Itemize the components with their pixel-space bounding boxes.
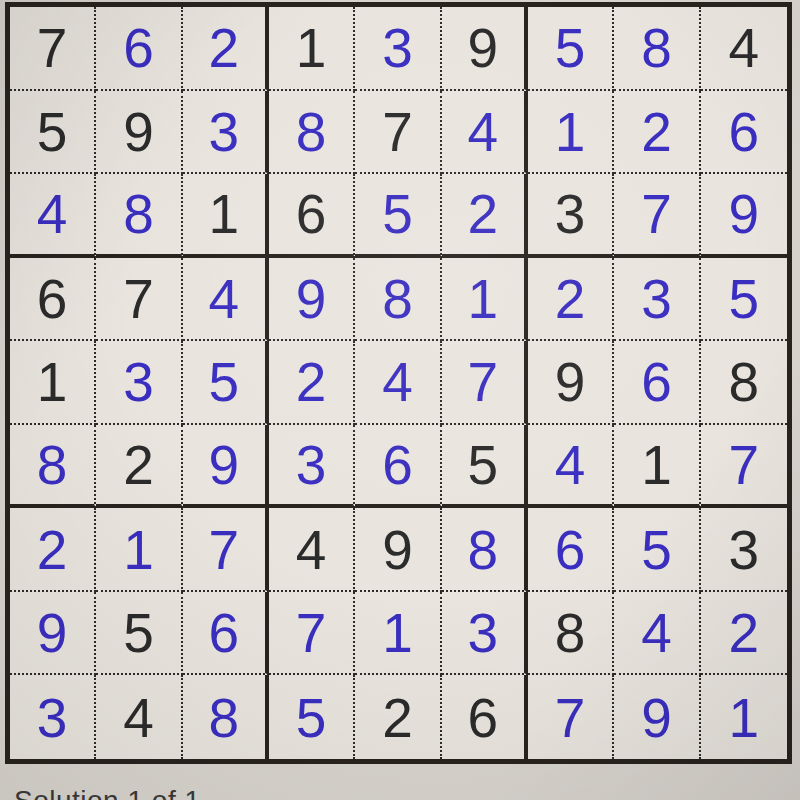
cell-r3c1[interactable]: 4 [10, 174, 96, 258]
cell-r8c3[interactable]: 6 [183, 592, 269, 676]
cell-r2c9[interactable]: 6 [701, 91, 787, 175]
cell-r3c5[interactable]: 5 [355, 174, 441, 258]
solution-count-caption: Solution 1 of 1 [14, 785, 201, 800]
cell-r7c9[interactable]: 3 [701, 508, 787, 592]
cell-r4c1[interactable]: 6 [10, 258, 96, 342]
cell-r1c1[interactable]: 7 [10, 7, 96, 91]
cell-r4c8[interactable]: 3 [614, 258, 700, 342]
cell-r8c5[interactable]: 1 [355, 592, 441, 676]
cell-r8c1[interactable]: 9 [10, 592, 96, 676]
cell-r3c4[interactable]: 6 [269, 174, 355, 258]
cell-r1c3[interactable]: 2 [183, 7, 269, 91]
cell-r8c2[interactable]: 5 [96, 592, 182, 676]
cell-r8c7[interactable]: 8 [528, 592, 614, 676]
cell-r4c4[interactable]: 9 [269, 258, 355, 342]
cell-r6c1[interactable]: 8 [10, 425, 96, 509]
cell-r2c7[interactable]: 1 [528, 91, 614, 175]
cell-r6c3[interactable]: 9 [183, 425, 269, 509]
cell-r9c4[interactable]: 5 [269, 675, 355, 759]
cell-r3c3[interactable]: 1 [183, 174, 269, 258]
cell-r9c2[interactable]: 4 [96, 675, 182, 759]
cell-r1c7[interactable]: 5 [528, 7, 614, 91]
cell-r6c9[interactable]: 7 [701, 425, 787, 509]
cell-r2c1[interactable]: 5 [10, 91, 96, 175]
cell-r1c6[interactable]: 9 [442, 7, 528, 91]
cell-r6c5[interactable]: 6 [355, 425, 441, 509]
cell-r4c7[interactable]: 2 [528, 258, 614, 342]
cell-r9c5[interactable]: 2 [355, 675, 441, 759]
cell-r3c6[interactable]: 2 [442, 174, 528, 258]
cell-r4c2[interactable]: 7 [96, 258, 182, 342]
cell-r3c2[interactable]: 8 [96, 174, 182, 258]
cell-r4c9[interactable]: 5 [701, 258, 787, 342]
cell-r7c1[interactable]: 2 [10, 508, 96, 592]
sudoku-board: 7621395845938741264816523796749812351352… [5, 2, 792, 764]
cell-r1c4[interactable]: 1 [269, 7, 355, 91]
cell-r5c1[interactable]: 1 [10, 341, 96, 425]
cell-r1c9[interactable]: 4 [701, 7, 787, 91]
cell-r7c4[interactable]: 4 [269, 508, 355, 592]
cell-r4c5[interactable]: 8 [355, 258, 441, 342]
cell-r2c5[interactable]: 7 [355, 91, 441, 175]
cell-r5c8[interactable]: 6 [614, 341, 700, 425]
cell-r8c9[interactable]: 2 [701, 592, 787, 676]
cell-r5c5[interactable]: 4 [355, 341, 441, 425]
cell-r2c4[interactable]: 8 [269, 91, 355, 175]
cell-r2c2[interactable]: 9 [96, 91, 182, 175]
cell-r5c3[interactable]: 5 [183, 341, 269, 425]
cell-r6c4[interactable]: 3 [269, 425, 355, 509]
cell-r6c8[interactable]: 1 [614, 425, 700, 509]
cell-r6c6[interactable]: 5 [442, 425, 528, 509]
cell-r5c2[interactable]: 3 [96, 341, 182, 425]
cell-r4c6[interactable]: 1 [442, 258, 528, 342]
cell-r3c8[interactable]: 7 [614, 174, 700, 258]
cell-r9c3[interactable]: 8 [183, 675, 269, 759]
cell-r1c5[interactable]: 3 [355, 7, 441, 91]
cell-r5c9[interactable]: 8 [701, 341, 787, 425]
cell-r9c9[interactable]: 1 [701, 675, 787, 759]
cell-r2c3[interactable]: 3 [183, 91, 269, 175]
cell-r3c7[interactable]: 3 [528, 174, 614, 258]
cell-r7c7[interactable]: 6 [528, 508, 614, 592]
cell-r5c6[interactable]: 7 [442, 341, 528, 425]
cell-r5c7[interactable]: 9 [528, 341, 614, 425]
cell-r7c2[interactable]: 1 [96, 508, 182, 592]
cell-r4c3[interactable]: 4 [183, 258, 269, 342]
cell-r8c6[interactable]: 3 [442, 592, 528, 676]
cell-r7c6[interactable]: 8 [442, 508, 528, 592]
cell-r5c4[interactable]: 2 [269, 341, 355, 425]
cell-r2c6[interactable]: 4 [442, 91, 528, 175]
cell-r8c8[interactable]: 4 [614, 592, 700, 676]
cell-r7c3[interactable]: 7 [183, 508, 269, 592]
cell-r7c5[interactable]: 9 [355, 508, 441, 592]
cell-r1c2[interactable]: 6 [96, 7, 182, 91]
cell-r7c8[interactable]: 5 [614, 508, 700, 592]
cell-r9c8[interactable]: 9 [614, 675, 700, 759]
cell-r9c7[interactable]: 7 [528, 675, 614, 759]
cell-r1c8[interactable]: 8 [614, 7, 700, 91]
cell-r8c4[interactable]: 7 [269, 592, 355, 676]
cell-r9c1[interactable]: 3 [10, 675, 96, 759]
cell-r6c7[interactable]: 4 [528, 425, 614, 509]
cell-r3c9[interactable]: 9 [701, 174, 787, 258]
cell-r9c6[interactable]: 6 [442, 675, 528, 759]
cell-r2c8[interactable]: 2 [614, 91, 700, 175]
cell-r6c2[interactable]: 2 [96, 425, 182, 509]
